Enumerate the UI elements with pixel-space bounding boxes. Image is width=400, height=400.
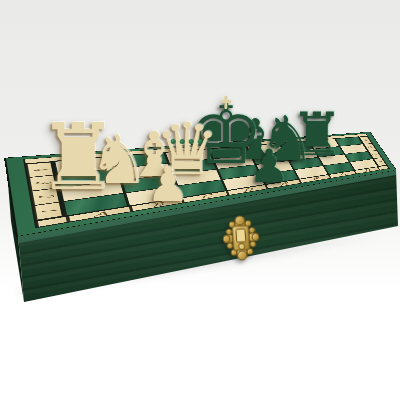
product-photo-stage: 4321 4321 ABCDEFGH ♜♞♝♟♛♚♝♟♞♜ [0, 0, 400, 400]
brass-clasp-icon [219, 213, 262, 264]
piece-white-rook: ♜ [37, 112, 119, 204]
piece-green-pawn: ♟ [248, 143, 289, 189]
piece-white-pawn: ♟ [146, 160, 189, 208]
king-wood-cross-finial [221, 96, 231, 109]
